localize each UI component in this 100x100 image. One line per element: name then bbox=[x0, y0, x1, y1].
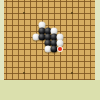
star-point bbox=[71, 72, 73, 74]
control-bar: ▲ ◀ ▶ OK bbox=[0, 80, 100, 100]
star-point bbox=[71, 12, 73, 14]
go-app-screen: { "game": "go", "app_type": "go-tsumego-… bbox=[0, 0, 100, 100]
white-stone bbox=[57, 40, 64, 47]
star-point bbox=[23, 12, 25, 14]
last-move-marker bbox=[58, 47, 62, 51]
star-point bbox=[23, 72, 25, 74]
black-stone bbox=[51, 46, 58, 53]
go-board[interactable] bbox=[0, 0, 100, 80]
